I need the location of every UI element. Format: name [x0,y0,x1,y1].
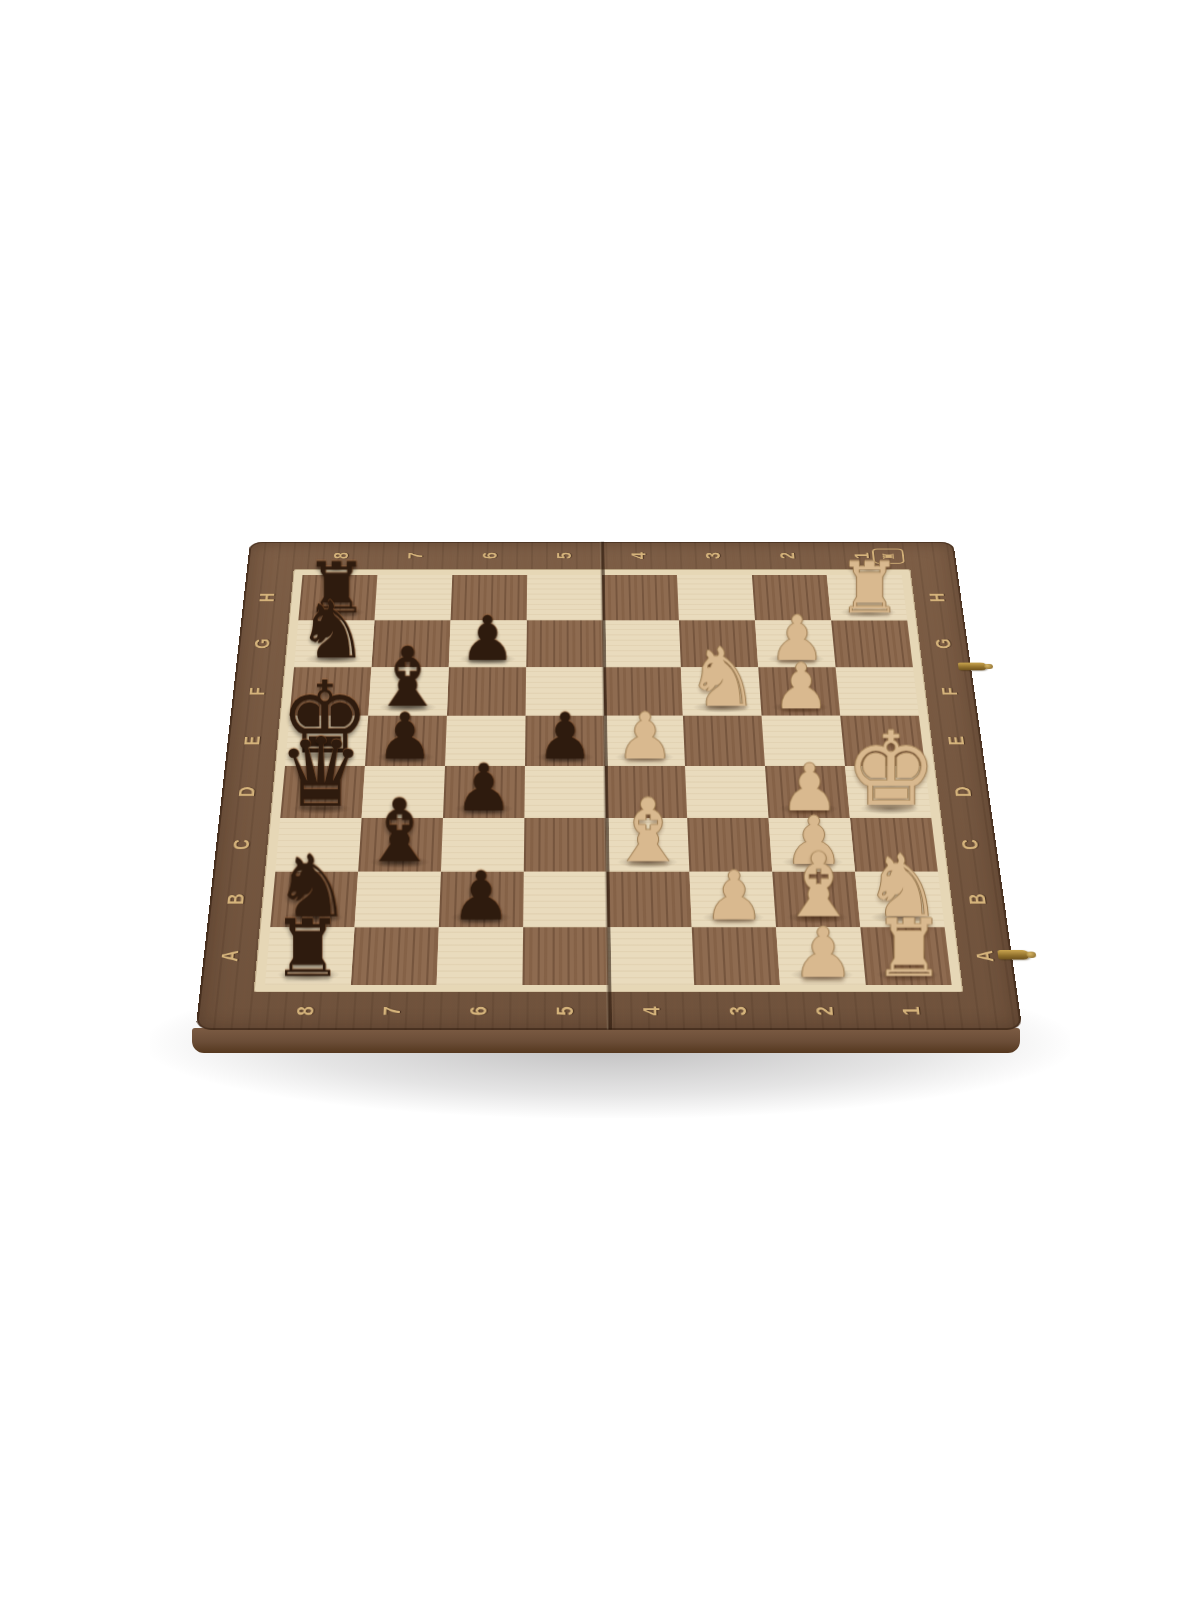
square-d1[interactable]: ♚ [845,766,931,818]
square-b6[interactable]: ♟ [439,872,524,928]
product-photo-page: 87654321 87654321 HGFEDCBA HGFEDCBA ♜ ♜♜… [0,0,1200,1600]
piece-black-bishop-c7[interactable]: ♝ [360,787,438,874]
piece-white-pawn-b3[interactable]: ♟ [704,863,765,931]
square-e7[interactable]: ♟ [365,716,447,766]
piece-black-queen-d8[interactable]: ♛ [278,725,364,821]
piece-white-pawn-f2[interactable]: ♟ [773,655,829,718]
piece-white-rook-a1[interactable]: ♜ [873,908,944,987]
square-f2[interactable]: ♟ [758,667,840,716]
square-a4[interactable] [607,927,694,985]
square-a3[interactable] [692,927,780,985]
piece-black-rook-a8[interactable]: ♜ [272,908,343,987]
square-g6[interactable]: ♟ [449,620,527,667]
square-e3[interactable] [683,716,765,766]
chess-board[interactable]: 87654321 87654321 HGFEDCBA HGFEDCBA ♜ ♜♜… [196,542,1023,1030]
photo-scene: 87654321 87654321 HGFEDCBA HGFEDCBA ♜ ♜♜… [190,470,1030,1110]
piece-black-knight-g8[interactable]: ♞ [297,590,368,669]
square-c5[interactable] [524,818,607,872]
piece-white-pawn-a2[interactable]: ♟ [792,919,854,988]
square-h1[interactable]: ♜ [827,575,907,620]
piece-black-pawn-b6[interactable]: ♟ [451,863,512,931]
square-c7[interactable]: ♝ [358,818,443,872]
square-a1[interactable]: ♜ [860,927,951,985]
square-f3[interactable]: ♞ [681,667,762,716]
square-a8[interactable]: ♜ [265,927,355,985]
square-b4[interactable] [607,872,692,928]
square-h7[interactable] [374,575,452,620]
square-d3[interactable] [685,766,769,818]
square-a2[interactable]: ♟ [776,927,866,985]
square-e4[interactable]: ♟ [604,716,685,766]
square-g1[interactable] [831,620,913,667]
square-g5[interactable] [526,620,603,667]
square-g4[interactable] [603,620,681,667]
square-h4[interactable] [602,575,679,620]
piece-white-rook-h1[interactable]: ♜ [838,552,901,622]
square-h3[interactable] [677,575,755,620]
piece-white-king-d1[interactable]: ♚ [845,719,936,821]
piece-black-pawn-d6[interactable]: ♟ [454,755,512,820]
square-d6[interactable]: ♟ [443,766,525,818]
square-b5[interactable] [523,872,607,928]
square-c4[interactable]: ♝ [606,818,690,872]
square-e5[interactable]: ♟ [525,716,605,766]
square-d8[interactable]: ♛ [280,766,365,818]
square-a7[interactable] [351,927,439,985]
piece-black-pawn-g6[interactable]: ♟ [460,608,516,670]
piece-white-knight-f3[interactable]: ♞ [686,638,758,719]
brass-clasp-bottom [997,950,1030,959]
square-h5[interactable] [527,575,603,620]
piece-black-pawn-e5[interactable]: ♟ [536,704,593,768]
piece-black-pawn-e7[interactable]: ♟ [376,704,433,768]
square-a5[interactable] [522,927,608,985]
square-f6[interactable] [447,667,526,716]
square-b3[interactable]: ♟ [689,872,776,928]
brass-clasp-top [958,663,988,671]
piece-white-pawn-e4[interactable]: ♟ [616,704,673,768]
square-d5[interactable] [524,766,605,818]
square-b7[interactable] [355,872,441,928]
piece-white-bishop-c4[interactable]: ♝ [609,787,687,874]
square-a6[interactable] [437,927,524,985]
